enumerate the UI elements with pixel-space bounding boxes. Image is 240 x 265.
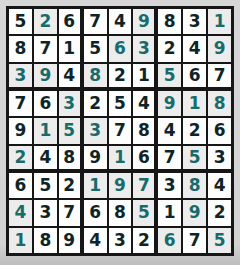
cell-r1c3[interactable]: 6 <box>59 9 82 34</box>
cell-r5c2[interactable]: 1 <box>34 118 57 143</box>
cell-r2c1[interactable]: 8 <box>9 36 32 61</box>
cell-r4c4[interactable]: 2 <box>84 91 107 116</box>
cell-r5c9[interactable]: 6 <box>208 118 231 143</box>
cell-r3c8[interactable]: 6 <box>183 64 206 89</box>
cell-r3c4[interactable]: 8 <box>84 64 107 89</box>
cell-r2c4[interactable]: 5 <box>84 36 107 61</box>
cell-r3c1[interactable]: 3 <box>9 64 32 89</box>
cell-r2c7[interactable]: 2 <box>158 36 181 61</box>
page-background: 5267498318715632493948215677632549189153… <box>0 0 240 265</box>
sudoku-grid: 5267498318715632493948215677632549189153… <box>9 9 231 253</box>
cell-r5c6[interactable]: 8 <box>133 118 156 143</box>
cell-r8c2[interactable]: 3 <box>34 200 57 225</box>
cell-r7c3[interactable]: 2 <box>59 173 82 198</box>
cell-r9c9[interactable]: 5 <box>208 228 231 253</box>
cell-r2c3[interactable]: 1 <box>59 36 82 61</box>
cell-r5c3[interactable]: 5 <box>59 118 82 143</box>
cell-r1c6[interactable]: 9 <box>133 9 156 34</box>
cell-r2c5[interactable]: 6 <box>109 36 132 61</box>
cell-r7c4[interactable]: 1 <box>84 173 107 198</box>
cell-r9c5[interactable]: 3 <box>109 228 132 253</box>
cell-r5c8[interactable]: 2 <box>183 118 206 143</box>
cell-r7c6[interactable]: 7 <box>133 173 156 198</box>
cell-r5c7[interactable]: 4 <box>158 118 181 143</box>
cell-r7c2[interactable]: 5 <box>34 173 57 198</box>
cell-r5c5[interactable]: 7 <box>109 118 132 143</box>
cell-r9c1[interactable]: 1 <box>9 228 32 253</box>
cell-r2c6[interactable]: 3 <box>133 36 156 61</box>
cell-r6c6[interactable]: 6 <box>133 146 156 171</box>
cell-r6c4[interactable]: 9 <box>84 146 107 171</box>
cell-r7c5[interactable]: 9 <box>109 173 132 198</box>
cell-r6c9[interactable]: 3 <box>208 146 231 171</box>
cell-r3c3[interactable]: 4 <box>59 64 82 89</box>
cell-r9c7[interactable]: 6 <box>158 228 181 253</box>
cell-r6c7[interactable]: 7 <box>158 146 181 171</box>
cell-r2c8[interactable]: 4 <box>183 36 206 61</box>
cell-r1c9[interactable]: 1 <box>208 9 231 34</box>
cell-r2c2[interactable]: 7 <box>34 36 57 61</box>
cell-r6c1[interactable]: 2 <box>9 146 32 171</box>
cell-r8c1[interactable]: 4 <box>9 200 32 225</box>
cell-r8c6[interactable]: 5 <box>133 200 156 225</box>
cell-r4c6[interactable]: 4 <box>133 91 156 116</box>
cell-r7c9[interactable]: 4 <box>208 173 231 198</box>
cell-r1c7[interactable]: 8 <box>158 9 181 34</box>
cell-r6c8[interactable]: 5 <box>183 146 206 171</box>
cell-r4c9[interactable]: 8 <box>208 91 231 116</box>
cell-r6c5[interactable]: 1 <box>109 146 132 171</box>
cell-r8c9[interactable]: 2 <box>208 200 231 225</box>
cell-r8c8[interactable]: 9 <box>183 200 206 225</box>
cell-r5c1[interactable]: 9 <box>9 118 32 143</box>
cell-r1c4[interactable]: 7 <box>84 9 107 34</box>
cell-r8c3[interactable]: 7 <box>59 200 82 225</box>
cell-r1c1[interactable]: 5 <box>9 9 32 34</box>
cell-r8c4[interactable]: 6 <box>84 200 107 225</box>
cell-r3c5[interactable]: 2 <box>109 64 132 89</box>
cell-r4c2[interactable]: 6 <box>34 91 57 116</box>
cell-r7c8[interactable]: 8 <box>183 173 206 198</box>
cell-r7c7[interactable]: 3 <box>158 173 181 198</box>
cell-r3c2[interactable]: 9 <box>34 64 57 89</box>
cell-r3c6[interactable]: 1 <box>133 64 156 89</box>
cell-r9c3[interactable]: 9 <box>59 228 82 253</box>
cell-r9c6[interactable]: 2 <box>133 228 156 253</box>
cell-r3c9[interactable]: 7 <box>208 64 231 89</box>
cell-r6c3[interactable]: 8 <box>59 146 82 171</box>
sudoku-board: 5267498318715632493948215677632549189153… <box>6 6 234 256</box>
cell-r1c8[interactable]: 3 <box>183 9 206 34</box>
cell-r4c8[interactable]: 1 <box>183 91 206 116</box>
cell-r2c9[interactable]: 9 <box>208 36 231 61</box>
cell-r4c1[interactable]: 7 <box>9 91 32 116</box>
cell-r8c7[interactable]: 1 <box>158 200 181 225</box>
cell-r1c5[interactable]: 4 <box>109 9 132 34</box>
cell-r5c4[interactable]: 3 <box>84 118 107 143</box>
cell-r6c2[interactable]: 4 <box>34 146 57 171</box>
cell-r9c8[interactable]: 7 <box>183 228 206 253</box>
cell-r4c7[interactable]: 9 <box>158 91 181 116</box>
cell-r9c2[interactable]: 8 <box>34 228 57 253</box>
cell-r8c5[interactable]: 8 <box>109 200 132 225</box>
cell-r9c4[interactable]: 4 <box>84 228 107 253</box>
cell-r4c5[interactable]: 5 <box>109 91 132 116</box>
cell-r4c3[interactable]: 3 <box>59 91 82 116</box>
cell-r7c1[interactable]: 6 <box>9 173 32 198</box>
cell-r1c2[interactable]: 2 <box>34 9 57 34</box>
cell-r3c7[interactable]: 5 <box>158 64 181 89</box>
